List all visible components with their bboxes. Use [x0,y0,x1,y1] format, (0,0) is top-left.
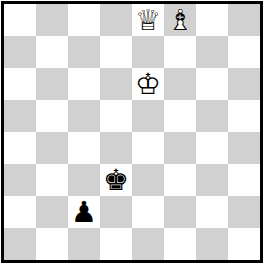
square-g1[interactable] [196,228,228,260]
square-f8[interactable]: ♝♗ [164,4,196,36]
square-b4[interactable] [36,132,68,164]
square-e5[interactable] [132,100,164,132]
square-c5[interactable] [68,100,100,132]
square-c4[interactable] [68,132,100,164]
square-d7[interactable] [100,36,132,68]
square-d8[interactable] [100,4,132,36]
chess-board-frame: ♛♕♝♗♚♔♚♟ [1,1,263,263]
square-h8[interactable] [228,4,260,36]
square-e3[interactable] [132,164,164,196]
square-h5[interactable] [228,100,260,132]
square-a7[interactable] [4,36,36,68]
square-g6[interactable] [196,68,228,100]
square-e4[interactable] [132,132,164,164]
square-f1[interactable] [164,228,196,260]
white-queen-outline: ♕ [132,4,164,36]
square-b6[interactable] [36,68,68,100]
square-a4[interactable] [4,132,36,164]
square-d3[interactable]: ♚ [100,164,132,196]
square-f3[interactable] [164,164,196,196]
square-c3[interactable] [68,164,100,196]
square-b5[interactable] [36,100,68,132]
square-f6[interactable] [164,68,196,100]
square-g5[interactable] [196,100,228,132]
square-h7[interactable] [228,36,260,68]
white-king-outline: ♔ [132,68,164,100]
square-g4[interactable] [196,132,228,164]
square-b2[interactable] [36,196,68,228]
square-h3[interactable] [228,164,260,196]
black-king-glyph: ♚ [100,164,132,196]
square-a3[interactable] [4,164,36,196]
square-a8[interactable] [4,4,36,36]
square-g7[interactable] [196,36,228,68]
square-b1[interactable] [36,228,68,260]
square-c7[interactable] [68,36,100,68]
black-king[interactable]: ♚ [100,164,132,196]
square-g8[interactable] [196,4,228,36]
square-f5[interactable] [164,100,196,132]
white-king[interactable]: ♚♔ [132,68,164,100]
square-f4[interactable] [164,132,196,164]
square-e2[interactable] [132,196,164,228]
white-bishop-outline: ♗ [164,4,196,36]
square-d4[interactable] [100,132,132,164]
black-pawn[interactable]: ♟ [68,196,100,228]
square-h2[interactable] [228,196,260,228]
square-d1[interactable] [100,228,132,260]
white-queen[interactable]: ♛♕ [132,4,164,36]
square-e8[interactable]: ♛♕ [132,4,164,36]
black-pawn-glyph: ♟ [68,196,100,228]
square-a6[interactable] [4,68,36,100]
square-b8[interactable] [36,4,68,36]
square-a5[interactable] [4,100,36,132]
square-b3[interactable] [36,164,68,196]
square-e1[interactable] [132,228,164,260]
square-d2[interactable] [100,196,132,228]
square-e6[interactable]: ♚♔ [132,68,164,100]
square-h1[interactable] [228,228,260,260]
square-h6[interactable] [228,68,260,100]
square-c8[interactable] [68,4,100,36]
square-h4[interactable] [228,132,260,164]
square-a1[interactable] [4,228,36,260]
square-g3[interactable] [196,164,228,196]
square-f2[interactable] [164,196,196,228]
square-g2[interactable] [196,196,228,228]
square-c6[interactable] [68,68,100,100]
square-b7[interactable] [36,36,68,68]
square-c1[interactable] [68,228,100,260]
square-c2[interactable]: ♟ [68,196,100,228]
white-bishop[interactable]: ♝♗ [164,4,196,36]
square-f7[interactable] [164,36,196,68]
square-e7[interactable] [132,36,164,68]
chess-board: ♛♕♝♗♚♔♚♟ [4,4,260,260]
square-d5[interactable] [100,100,132,132]
square-d6[interactable] [100,68,132,100]
square-a2[interactable] [4,196,36,228]
